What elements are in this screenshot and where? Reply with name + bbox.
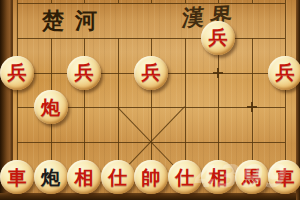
piece-black-cannon[interactable]: 炮	[34, 160, 68, 194]
piece-red-soldier[interactable]: 兵	[0, 56, 34, 90]
piece-red-soldier[interactable]: 兵	[201, 21, 235, 55]
piece-glyph: 兵	[75, 63, 94, 82]
piece-glyph: 炮	[41, 98, 60, 117]
piece-red-soldier[interactable]: 兵	[134, 56, 168, 90]
piece-red-soldier[interactable]: 兵	[67, 56, 101, 90]
piece-red-general[interactable]: 帥	[134, 160, 168, 194]
piece-glyph: 車	[8, 168, 27, 187]
piece-glyph: 炮	[41, 168, 60, 187]
piece-glyph: 兵	[8, 63, 27, 82]
piece-glyph: 帥	[142, 168, 161, 187]
piece-glyph: 兵	[142, 63, 161, 82]
piece-red-cannon[interactable]: 炮	[34, 90, 68, 124]
point-marker-file8-rank8	[247, 102, 257, 112]
piece-red-soldier[interactable]: 兵	[268, 56, 300, 90]
river-label-chu-he: 楚河	[42, 6, 108, 36]
piece-glyph: 仕	[108, 168, 127, 187]
piece-glyph: 兵	[209, 28, 228, 47]
xiangqi-board[interactable]: 楚河 漢界 兵兵兵兵兵炮車炮相仕帥仕相馬車 4399	[0, 0, 300, 200]
piece-red-advisor[interactable]: 仕	[101, 160, 135, 194]
watermark: 4399	[192, 158, 286, 194]
piece-red-elephant[interactable]: 相	[67, 160, 101, 194]
piece-red-chariot[interactable]: 車	[0, 160, 34, 194]
piece-glyph: 相	[75, 168, 94, 187]
piece-glyph: 兵	[276, 63, 295, 82]
point-marker-file7-rank7	[213, 68, 223, 78]
